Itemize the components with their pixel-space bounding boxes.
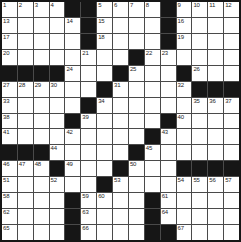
white-cell-r10c8[interactable] [113,145,128,160]
white-cell-r4c12[interactable] [177,50,192,65]
clue-number-33: 33 [3,98,9,105]
white-cell-r12c11[interactable] [161,177,176,192]
white-cell-r7c1[interactable]: 33 [2,98,17,113]
white-cell-r10c4[interactable]: 44 [50,145,65,160]
white-cell-r12c8[interactable]: 53 [113,177,128,192]
white-cell-r15c13[interactable] [192,225,207,240]
black-cell-r8c11 [161,114,176,129]
black-cell-r11c8 [113,161,128,176]
white-cell-r12c13[interactable]: 55 [192,177,207,192]
clue-number-12: 12 [225,2,231,9]
white-cell-r2c5[interactable]: 14 [65,18,80,33]
white-cell-r8c14[interactable] [208,114,223,129]
white-cell-r6c8[interactable]: 31 [113,82,128,97]
white-cell-r8c6[interactable]: 39 [81,114,96,129]
black-cell-r1c5 [65,2,80,17]
white-cell-r6c6[interactable] [81,82,96,97]
white-cell-r13c9[interactable] [129,193,144,208]
white-cell-r2c7[interactable]: 15 [97,18,112,33]
clue-number-23: 23 [162,50,168,57]
black-cell-r13c5 [65,193,80,208]
clue-number-40: 40 [178,114,184,121]
white-cell-r5c7[interactable] [97,66,112,81]
white-cell-r2c1[interactable]: 13 [2,18,17,33]
clue-number-46: 46 [3,161,9,168]
white-cell-r10c5[interactable] [65,145,80,160]
white-cell-r11c5[interactable]: 49 [65,161,80,176]
clue-number-48: 48 [35,161,41,168]
white-cell-r5c14[interactable] [208,66,223,81]
black-cell-r10c2 [18,145,33,160]
white-cell-r12c5[interactable] [65,177,80,192]
crossword-grid: 1234567891011121314151617181920212223242… [0,0,241,242]
clue-number-64: 64 [162,209,168,216]
white-cell-r14c15[interactable] [224,209,239,224]
white-cell-r14c1[interactable]: 62 [2,209,17,224]
white-cell-r15c12[interactable]: 67 [177,225,192,240]
white-cell-r12c15[interactable]: 57 [224,177,239,192]
white-cell-r12c12[interactable]: 54 [177,177,192,192]
black-cell-r5c12 [177,66,192,81]
clue-number-28: 28 [19,82,25,89]
white-cell-r1c13[interactable]: 10 [192,2,207,17]
black-cell-r15c11 [161,225,176,240]
white-cell-r4c3[interactable] [34,50,49,65]
black-cell-r2c6 [81,18,96,33]
clue-number-57: 57 [225,177,231,184]
white-cell-r4c7[interactable] [97,50,112,65]
white-cell-r4c2[interactable] [18,50,33,65]
clue-number-54: 54 [178,177,184,184]
white-cell-r3c13[interactable] [192,34,207,49]
clue-number-35: 35 [193,98,199,105]
white-cell-r2c9[interactable] [129,18,144,33]
white-cell-r10c6[interactable] [81,145,96,160]
clue-number-8: 8 [146,2,149,9]
white-cell-r14c13[interactable] [192,209,207,224]
white-cell-r4c5[interactable] [65,50,80,65]
white-cell-r15c2[interactable] [18,225,33,240]
white-cell-r8c15[interactable] [224,114,239,129]
white-cell-r3c1[interactable]: 17 [2,34,17,49]
black-cell-r11c15 [224,161,239,176]
white-cell-r13c3[interactable] [34,193,49,208]
white-cell-r3c2[interactable] [18,34,33,49]
clue-number-30: 30 [51,82,57,89]
clue-number-20: 20 [3,50,9,57]
black-cell-r1c6 [81,2,96,17]
white-cell-r9c1[interactable]: 41 [2,129,17,144]
white-cell-r6c11[interactable] [161,82,176,97]
clue-number-56: 56 [209,177,215,184]
white-cell-r13c4[interactable] [50,193,65,208]
clue-number-4: 4 [51,2,54,9]
black-cell-r6c13 [192,82,207,97]
black-cell-r6c7 [97,82,112,97]
clue-number-63: 63 [82,209,88,216]
white-cell-r9c15[interactable] [224,129,239,144]
white-cell-r8c4[interactable] [50,114,65,129]
clue-number-16: 16 [178,18,184,25]
clue-number-18: 18 [98,34,104,41]
clue-number-53: 53 [114,177,120,184]
white-cell-r3c4[interactable] [50,34,65,49]
white-cell-r1c1[interactable]: 1 [2,2,17,17]
white-cell-r3c5[interactable] [65,34,80,49]
white-cell-r4c10[interactable]: 22 [145,50,160,65]
white-cell-r9c8[interactable] [113,129,128,144]
black-cell-r15c10 [145,225,160,240]
white-cell-r5c11[interactable] [161,66,176,81]
white-cell-r3c14[interactable] [208,34,223,49]
black-cell-r5c2 [18,66,33,81]
clue-number-65: 65 [3,225,9,232]
black-cell-r5c1 [2,66,17,81]
white-cell-r8c7[interactable] [97,114,112,129]
white-cell-r2c14[interactable] [208,18,223,33]
white-cell-r10c10[interactable]: 45 [145,145,160,160]
white-cell-r7c10[interactable] [145,98,160,113]
black-cell-r6c14 [208,82,223,97]
white-cell-r7c4[interactable] [50,98,65,113]
white-cell-r1c2[interactable]: 2 [18,2,33,17]
white-cell-r4c14[interactable] [208,50,223,65]
clue-number-45: 45 [146,145,152,152]
clue-number-51: 51 [3,177,9,184]
white-cell-r9c7[interactable] [97,129,112,144]
white-cell-r8c9[interactable] [129,114,144,129]
white-cell-r3c3[interactable] [34,34,49,49]
clue-number-6: 6 [114,2,117,9]
white-cell-r1c10[interactable]: 8 [145,2,160,17]
clue-number-14: 14 [66,18,72,25]
white-cell-r7c11[interactable] [161,98,176,113]
black-cell-r4c9 [129,50,144,65]
black-cell-r11c13 [192,161,207,176]
black-cell-r3c6 [81,34,96,49]
clue-number-50: 50 [130,161,136,168]
clue-number-1: 1 [3,2,6,9]
white-cell-r15c8[interactable] [113,225,128,240]
black-cell-r7c6 [81,98,96,113]
white-cell-r15c9[interactable] [129,225,144,240]
black-cell-r11c4 [50,161,65,176]
white-cell-r7c12[interactable] [177,98,192,113]
black-cell-r14c5 [65,209,80,224]
black-cell-r2c11 [161,18,176,33]
clue-number-49: 49 [66,161,72,168]
black-cell-r10c9 [129,145,144,160]
white-cell-r5c13[interactable]: 26 [192,66,207,81]
white-cell-r14c11[interactable]: 64 [161,209,176,224]
white-cell-r11c3[interactable]: 48 [34,161,49,176]
white-cell-r2c13[interactable] [192,18,207,33]
white-cell-r4c1[interactable]: 20 [2,50,17,65]
clue-number-37: 37 [225,98,231,105]
clue-number-43: 43 [162,129,168,136]
clue-number-52: 52 [51,177,57,184]
black-cell-r10c3 [34,145,49,160]
clue-number-42: 42 [66,129,72,136]
white-cell-r12c4[interactable]: 52 [50,177,65,192]
white-cell-r13c15[interactable] [224,193,239,208]
white-cell-r6c2[interactable]: 28 [18,82,33,97]
white-cell-r13c2[interactable] [18,193,33,208]
white-cell-r4c6[interactable]: 21 [81,50,96,65]
black-cell-r5c4 [50,66,65,81]
clue-number-10: 10 [193,2,199,9]
white-cell-r12c1[interactable]: 51 [2,177,17,192]
white-cell-r3c7[interactable]: 18 [97,34,112,49]
white-cell-r15c4[interactable] [50,225,65,240]
clue-number-17: 17 [3,34,9,41]
clue-number-39: 39 [82,114,88,121]
white-cell-r10c12[interactable] [177,145,192,160]
white-cell-r5c6[interactable] [81,66,96,81]
white-cell-r13c13[interactable] [192,193,207,208]
white-cell-r3c15[interactable] [224,34,239,49]
black-cell-r15c5 [65,225,80,240]
clue-number-5: 5 [98,2,101,9]
white-cell-r5c9[interactable]: 25 [129,66,144,81]
clue-number-59: 59 [82,193,88,200]
white-cell-r11c11[interactable] [161,161,176,176]
white-cell-r13c1[interactable]: 58 [2,193,17,208]
white-cell-r3c12[interactable]: 19 [177,34,192,49]
white-cell-r4c15[interactable] [224,50,239,65]
clue-number-21: 21 [82,50,88,57]
white-cell-r2c3[interactable] [34,18,49,33]
white-cell-r9c9[interactable] [129,129,144,144]
white-cell-r4c4[interactable] [50,50,65,65]
white-cell-r1c15[interactable]: 12 [224,2,239,17]
clue-number-24: 24 [66,66,72,73]
white-cell-r7c13[interactable]: 35 [192,98,207,113]
white-cell-r8c10[interactable] [145,114,160,129]
white-cell-r7c2[interactable] [18,98,33,113]
white-cell-r15c15[interactable] [224,225,239,240]
white-cell-r9c11[interactable]: 43 [161,129,176,144]
white-cell-r3c10[interactable] [145,34,160,49]
white-cell-r9c3[interactable] [34,129,49,144]
white-cell-r11c1[interactable]: 46 [2,161,17,176]
clue-number-9: 9 [178,2,181,9]
white-cell-r13c7[interactable]: 60 [97,193,112,208]
black-cell-r14c10 [145,209,160,224]
white-cell-r8c1[interactable]: 38 [2,114,17,129]
white-cell-r14c3[interactable] [34,209,49,224]
white-cell-r7c7[interactable]: 34 [97,98,112,113]
white-cell-r1c14[interactable]: 11 [208,2,223,17]
black-cell-r8c5 [65,114,80,129]
clue-number-31: 31 [114,82,120,89]
white-cell-r1c7[interactable]: 5 [97,2,112,17]
white-cell-r5c15[interactable] [224,66,239,81]
white-cell-r3c8[interactable] [113,34,128,49]
white-cell-r1c3[interactable]: 3 [34,2,49,17]
crossword-puzzle: 1234567891011121314151617181920212223242… [0,0,241,242]
clue-number-15: 15 [98,18,104,25]
clue-number-61: 61 [162,193,168,200]
white-cell-r12c9[interactable] [129,177,144,192]
white-cell-r8c13[interactable] [192,114,207,129]
clue-number-26: 26 [193,66,199,73]
white-cell-r2c2[interactable] [18,18,33,33]
white-cell-r9c13[interactable] [192,129,207,144]
white-cell-r6c3[interactable]: 29 [34,82,49,97]
white-cell-r6c10[interactable] [145,82,160,97]
clue-number-44: 44 [51,145,57,152]
white-cell-r1c12[interactable]: 9 [177,2,192,17]
white-cell-r14c12[interactable] [177,209,192,224]
clue-number-58: 58 [3,193,9,200]
white-cell-r12c14[interactable]: 56 [208,177,223,192]
white-cell-r6c4[interactable]: 30 [50,82,65,97]
white-cell-r14c9[interactable] [129,209,144,224]
black-cell-r11c12 [177,161,192,176]
clue-number-27: 27 [3,82,9,89]
white-cell-r14c14[interactable] [208,209,223,224]
white-cell-r13c14[interactable] [208,193,223,208]
black-cell-r10c1 [2,145,17,160]
white-cell-r6c5[interactable] [65,82,80,97]
white-cell-r13c11[interactable]: 61 [161,193,176,208]
white-cell-r15c3[interactable] [34,225,49,240]
clue-number-29: 29 [35,82,41,89]
clue-number-55: 55 [193,177,199,184]
clue-number-60: 60 [98,193,104,200]
white-cell-r8c2[interactable] [18,114,33,129]
clue-number-19: 19 [178,34,184,41]
white-cell-r6c9[interactable] [129,82,144,97]
white-cell-r15c6[interactable]: 66 [81,225,96,240]
clue-number-38: 38 [3,114,9,121]
white-cell-r8c3[interactable] [34,114,49,129]
clue-number-7: 7 [130,2,133,9]
white-cell-r7c9[interactable] [129,98,144,113]
black-cell-r6c15 [224,82,239,97]
white-cell-r12c6[interactable] [81,177,96,192]
white-cell-r7c15[interactable]: 37 [224,98,239,113]
white-cell-r13c6[interactable]: 59 [81,193,96,208]
black-cell-r5c3 [34,66,49,81]
black-cell-r5c8 [113,66,128,81]
clue-number-25: 25 [130,66,136,73]
clue-number-22: 22 [146,50,152,57]
white-cell-r2c8[interactable] [113,18,128,33]
white-cell-r10c15[interactable] [224,145,239,160]
white-cell-r13c12[interactable] [177,193,192,208]
white-cell-r4c11[interactable]: 23 [161,50,176,65]
white-cell-r9c4[interactable] [50,129,65,144]
white-cell-r9c6[interactable] [81,129,96,144]
black-cell-r3c11 [161,34,176,49]
white-cell-r7c8[interactable] [113,98,128,113]
white-cell-r14c8[interactable] [113,209,128,224]
white-cell-r11c2[interactable]: 47 [18,161,33,176]
white-cell-r1c4[interactable]: 4 [50,2,65,17]
white-cell-r2c12[interactable]: 16 [177,18,192,33]
white-cell-r9c14[interactable] [208,129,223,144]
white-cell-r14c2[interactable] [18,209,33,224]
white-cell-r12c2[interactable] [18,177,33,192]
black-cell-r12c7 [97,177,112,192]
white-cell-r4c8[interactable] [113,50,128,65]
clue-number-32: 32 [178,82,184,89]
white-cell-r12c10[interactable] [145,177,160,192]
white-cell-r2c4[interactable] [50,18,65,33]
white-cell-r10c14[interactable] [208,145,223,160]
white-cell-r13c8[interactable] [113,193,128,208]
clue-number-67: 67 [178,225,184,232]
white-cell-r8c8[interactable] [113,114,128,129]
black-cell-r1c11 [161,2,176,17]
clue-number-36: 36 [209,98,215,105]
white-cell-r10c13[interactable] [192,145,207,160]
black-cell-r13c10 [145,193,160,208]
white-cell-r3c9[interactable] [129,34,144,49]
white-cell-r10c7[interactable] [97,145,112,160]
black-cell-r9c10 [145,129,160,144]
white-cell-r9c5[interactable]: 42 [65,129,80,144]
white-cell-r4c13[interactable] [192,50,207,65]
clue-number-62: 62 [3,209,9,216]
white-cell-r7c14[interactable]: 36 [208,98,223,113]
white-cell-r1c8[interactable]: 6 [113,2,128,17]
white-cell-r11c6[interactable] [81,161,96,176]
white-cell-r14c4[interactable] [50,209,65,224]
white-cell-r15c7[interactable] [97,225,112,240]
white-cell-r5c10[interactable] [145,66,160,81]
clue-number-3: 3 [35,2,38,9]
white-cell-r11c9[interactable]: 50 [129,161,144,176]
clue-number-41: 41 [3,129,9,136]
white-cell-r9c2[interactable] [18,129,33,144]
clue-number-13: 13 [3,18,9,25]
white-cell-r9c12[interactable] [177,129,192,144]
clue-number-11: 11 [209,2,215,9]
white-cell-r2c15[interactable] [224,18,239,33]
white-cell-r1c9[interactable]: 7 [129,2,144,17]
white-cell-r7c3[interactable] [34,98,49,113]
white-cell-r6c1[interactable]: 27 [2,82,17,97]
white-cell-r2c10[interactable] [145,18,160,33]
clue-number-2: 2 [19,2,22,9]
white-cell-r8c12[interactable]: 40 [177,114,192,129]
white-cell-r15c14[interactable] [208,225,223,240]
white-cell-r11c7[interactable] [97,161,112,176]
white-cell-r14c6[interactable]: 63 [81,209,96,224]
clue-number-34: 34 [98,98,104,105]
clue-number-66: 66 [82,225,88,232]
white-cell-r5c5[interactable]: 24 [65,66,80,81]
clue-number-47: 47 [19,161,25,168]
white-cell-r6c12[interactable]: 32 [177,82,192,97]
white-cell-r12c3[interactable] [34,177,49,192]
white-cell-r10c11[interactable] [161,145,176,160]
white-cell-r7c5[interactable] [65,98,80,113]
white-cell-r11c10[interactable] [145,161,160,176]
white-cell-r15c1[interactable]: 65 [2,225,17,240]
white-cell-r14c7[interactable] [97,209,112,224]
black-cell-r11c14 [208,161,223,176]
